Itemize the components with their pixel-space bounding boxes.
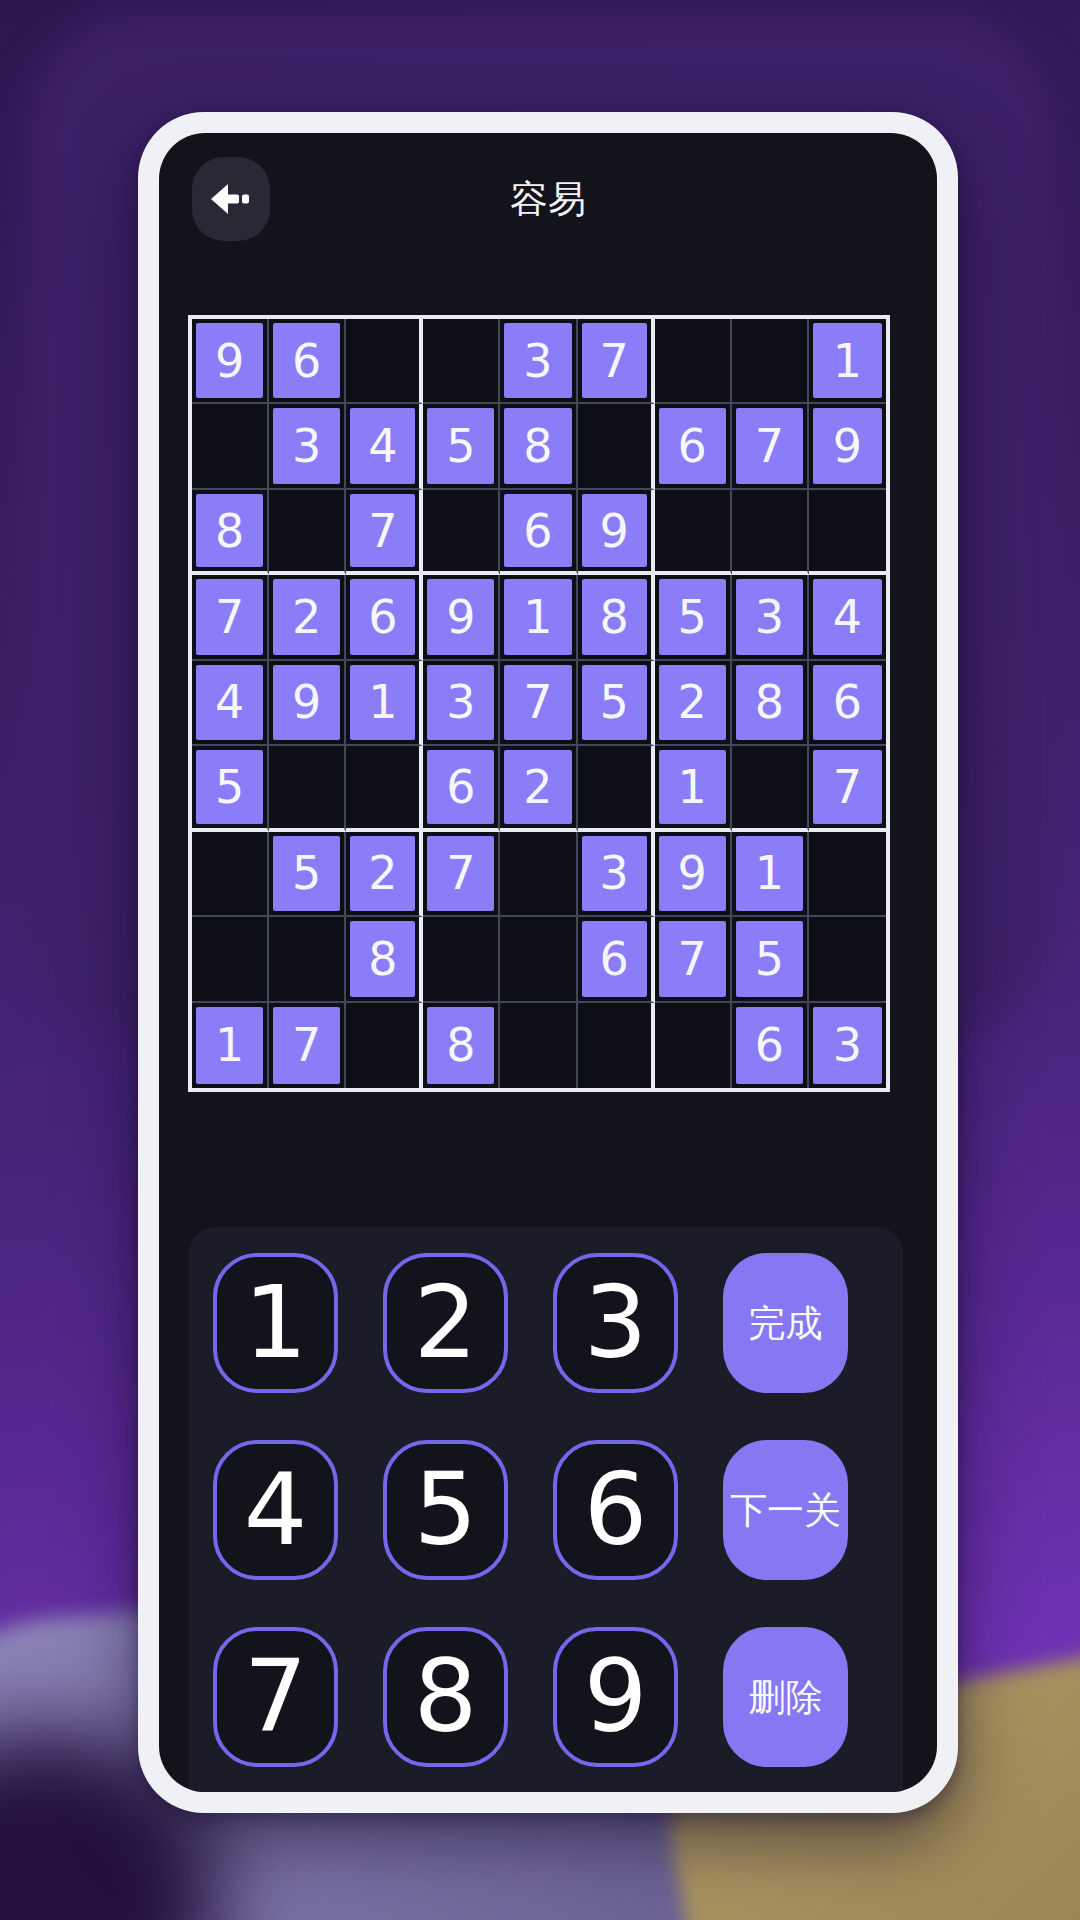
sudoku-cell[interactable] bbox=[346, 746, 423, 831]
sudoku-cell[interactable] bbox=[655, 490, 732, 575]
sudoku-cell[interactable]: 5 bbox=[192, 746, 269, 831]
given-digit: 8 bbox=[196, 494, 263, 567]
sudoku-cell[interactable]: 5 bbox=[269, 832, 346, 917]
given-digit: 8 bbox=[427, 1007, 494, 1084]
sudoku-cell[interactable]: 6 bbox=[655, 404, 732, 489]
sudoku-cell[interactable] bbox=[809, 490, 886, 575]
keypad-digit-3[interactable]: 3 bbox=[553, 1253, 678, 1393]
sudoku-cell[interactable] bbox=[500, 917, 577, 1002]
sudoku-cell[interactable]: 6 bbox=[809, 661, 886, 746]
sudoku-cell[interactable]: 6 bbox=[578, 917, 655, 1002]
given-digit: 6 bbox=[504, 494, 571, 567]
sudoku-cell[interactable] bbox=[655, 319, 732, 404]
given-digit: 6 bbox=[813, 665, 882, 740]
sudoku-board: 9637134586798769726918534491375286562175… bbox=[188, 315, 890, 1092]
sudoku-cell[interactable] bbox=[578, 404, 655, 489]
keypad-digit-9[interactable]: 9 bbox=[553, 1627, 678, 1767]
sudoku-cell[interactable] bbox=[578, 1003, 655, 1088]
given-digit: 5 bbox=[196, 750, 263, 823]
sudoku-cell[interactable] bbox=[269, 746, 346, 831]
given-digit: 9 bbox=[273, 665, 340, 740]
given-digit: 9 bbox=[659, 836, 726, 911]
given-digit: 3 bbox=[427, 665, 494, 740]
sudoku-cell[interactable] bbox=[423, 319, 500, 404]
sudoku-cell[interactable]: 3 bbox=[500, 319, 577, 404]
keypad-panel: 123完成456下一关789删除 bbox=[189, 1227, 903, 1792]
keypad-digit-8[interactable]: 8 bbox=[383, 1627, 508, 1767]
sudoku-cell[interactable]: 2 bbox=[269, 575, 346, 660]
given-digit: 3 bbox=[813, 1007, 882, 1084]
given-digit: 6 bbox=[659, 408, 726, 483]
given-digit: 5 bbox=[427, 408, 494, 483]
given-digit: 8 bbox=[350, 921, 415, 996]
sudoku-cell[interactable]: 1 bbox=[732, 832, 809, 917]
app-screen: 容易 9637134586798769726918534491375286562… bbox=[159, 133, 937, 1792]
sudoku-cell[interactable] bbox=[269, 490, 346, 575]
screenshot-stage: 容易 9637134586798769726918534491375286562… bbox=[0, 0, 1080, 1920]
given-digit: 6 bbox=[582, 921, 647, 996]
delete-button[interactable]: 删除 bbox=[723, 1627, 848, 1767]
given-digit: 6 bbox=[273, 323, 340, 398]
given-digit: 3 bbox=[736, 579, 803, 654]
sudoku-cell[interactable]: 3 bbox=[269, 404, 346, 489]
sudoku-cell[interactable] bbox=[732, 490, 809, 575]
sudoku-cell[interactable]: 4 bbox=[346, 404, 423, 489]
sudoku-cell[interactable]: 2 bbox=[655, 661, 732, 746]
sudoku-cell[interactable]: 7 bbox=[732, 404, 809, 489]
given-digit: 2 bbox=[659, 665, 726, 740]
given-digit: 1 bbox=[350, 665, 415, 740]
given-digit: 5 bbox=[736, 921, 803, 996]
given-digit: 3 bbox=[273, 408, 340, 483]
sudoku-cell[interactable]: 7 bbox=[500, 661, 577, 746]
sudoku-cell[interactable] bbox=[809, 832, 886, 917]
given-digit: 6 bbox=[350, 579, 415, 654]
sudoku-cell[interactable]: 5 bbox=[655, 575, 732, 660]
sudoku-cell[interactable] bbox=[192, 917, 269, 1002]
sudoku-cell[interactable] bbox=[732, 319, 809, 404]
keypad-digit-5[interactable]: 5 bbox=[383, 1440, 508, 1580]
sudoku-cell[interactable]: 1 bbox=[655, 746, 732, 831]
sudoku-cell[interactable]: 8 bbox=[578, 575, 655, 660]
sudoku-cell[interactable]: 7 bbox=[655, 917, 732, 1002]
sudoku-cell[interactable] bbox=[423, 490, 500, 575]
given-digit: 7 bbox=[736, 408, 803, 483]
keypad-digit-2[interactable]: 2 bbox=[383, 1253, 508, 1393]
app-header: 容易 bbox=[159, 157, 937, 241]
given-digit: 7 bbox=[582, 323, 647, 398]
given-digit: 7 bbox=[196, 579, 263, 654]
sudoku-cell[interactable] bbox=[192, 832, 269, 917]
next-button[interactable]: 下一关 bbox=[723, 1440, 848, 1580]
given-digit: 7 bbox=[504, 665, 571, 740]
sudoku-cell[interactable]: 3 bbox=[732, 575, 809, 660]
sudoku-cell[interactable]: 8 bbox=[192, 490, 269, 575]
phone-frame: 容易 9637134586798769726918534491375286562… bbox=[138, 112, 958, 1813]
sudoku-cell[interactable]: 8 bbox=[346, 917, 423, 1002]
given-digit: 7 bbox=[427, 836, 494, 911]
given-digit: 8 bbox=[504, 408, 571, 483]
sudoku-cell[interactable]: 9 bbox=[578, 490, 655, 575]
given-digit: 7 bbox=[350, 494, 415, 567]
given-digit: 8 bbox=[736, 665, 803, 740]
sudoku-cell[interactable]: 1 bbox=[809, 319, 886, 404]
given-digit: 1 bbox=[813, 323, 882, 398]
given-digit: 7 bbox=[659, 921, 726, 996]
page-title: 容易 bbox=[159, 157, 937, 241]
sudoku-cell[interactable]: 1 bbox=[192, 1003, 269, 1088]
sudoku-cell[interactable]: 9 bbox=[192, 319, 269, 404]
given-digit: 9 bbox=[427, 579, 494, 654]
sudoku-cell[interactable] bbox=[192, 404, 269, 489]
given-digit: 2 bbox=[350, 836, 415, 911]
sudoku-cell[interactable] bbox=[578, 746, 655, 831]
sudoku-cell[interactable]: 7 bbox=[578, 319, 655, 404]
sudoku-cell[interactable]: 9 bbox=[809, 404, 886, 489]
sudoku-cell[interactable]: 9 bbox=[269, 661, 346, 746]
keypad-digit-6[interactable]: 6 bbox=[553, 1440, 678, 1580]
sudoku-cell[interactable]: 7 bbox=[346, 490, 423, 575]
sudoku-cell[interactable] bbox=[500, 1003, 577, 1088]
sudoku-cell[interactable]: 5 bbox=[732, 917, 809, 1002]
given-digit: 1 bbox=[659, 750, 726, 823]
sudoku-cell[interactable]: 7 bbox=[809, 746, 886, 831]
sudoku-cell[interactable]: 6 bbox=[423, 746, 500, 831]
sudoku-cell[interactable]: 1 bbox=[500, 575, 577, 660]
sudoku-cell[interactable]: 6 bbox=[732, 1003, 809, 1088]
given-digit: 4 bbox=[196, 665, 263, 740]
sudoku-cell[interactable]: 7 bbox=[192, 575, 269, 660]
done-button[interactable]: 完成 bbox=[723, 1253, 848, 1393]
given-digit: 9 bbox=[582, 494, 647, 567]
given-digit: 1 bbox=[504, 579, 571, 654]
sudoku-cell[interactable] bbox=[732, 746, 809, 831]
keypad-digit-4[interactable]: 4 bbox=[213, 1440, 338, 1580]
given-digit: 8 bbox=[582, 579, 647, 654]
given-digit: 5 bbox=[273, 836, 340, 911]
sudoku-cell[interactable]: 3 bbox=[809, 1003, 886, 1088]
sudoku-cell[interactable]: 3 bbox=[423, 661, 500, 746]
given-digit: 7 bbox=[273, 1007, 340, 1084]
sudoku-cell[interactable]: 9 bbox=[423, 575, 500, 660]
sudoku-cell[interactable]: 4 bbox=[809, 575, 886, 660]
given-digit: 1 bbox=[196, 1007, 263, 1084]
given-digit: 1 bbox=[736, 836, 803, 911]
sudoku-cell[interactable]: 6 bbox=[269, 319, 346, 404]
sudoku-cell[interactable] bbox=[346, 319, 423, 404]
given-digit: 4 bbox=[813, 579, 882, 654]
given-digit: 3 bbox=[504, 323, 571, 398]
sudoku-cell[interactable] bbox=[423, 917, 500, 1002]
sudoku-cell[interactable]: 2 bbox=[346, 832, 423, 917]
given-digit: 9 bbox=[196, 323, 263, 398]
sudoku-cell[interactable]: 8 bbox=[500, 404, 577, 489]
sudoku-cell[interactable] bbox=[500, 832, 577, 917]
sudoku-cell[interactable]: 2 bbox=[500, 746, 577, 831]
sudoku-cell[interactable]: 5 bbox=[578, 661, 655, 746]
given-digit: 6 bbox=[736, 1007, 803, 1084]
sudoku-cell[interactable] bbox=[655, 1003, 732, 1088]
given-digit: 2 bbox=[504, 750, 571, 823]
sudoku-cell[interactable]: 7 bbox=[269, 1003, 346, 1088]
given-digit: 3 bbox=[582, 836, 647, 911]
sudoku-cell[interactable]: 8 bbox=[732, 661, 809, 746]
sudoku-cell[interactable]: 7 bbox=[423, 832, 500, 917]
sudoku-cell[interactable]: 1 bbox=[346, 661, 423, 746]
sudoku-cell[interactable]: 6 bbox=[500, 490, 577, 575]
sudoku-cell[interactable]: 9 bbox=[655, 832, 732, 917]
sudoku-cell[interactable]: 6 bbox=[346, 575, 423, 660]
sudoku-cell[interactable]: 3 bbox=[578, 832, 655, 917]
given-digit: 6 bbox=[427, 750, 494, 823]
sudoku-cell[interactable]: 5 bbox=[423, 404, 500, 489]
keypad-digit-7[interactable]: 7 bbox=[213, 1627, 338, 1767]
sudoku-cell[interactable]: 4 bbox=[192, 661, 269, 746]
given-digit: 4 bbox=[350, 408, 415, 483]
given-digit: 2 bbox=[273, 579, 340, 654]
sudoku-cell[interactable]: 8 bbox=[423, 1003, 500, 1088]
given-digit: 5 bbox=[582, 665, 647, 740]
sudoku-cell[interactable] bbox=[269, 917, 346, 1002]
given-digit: 7 bbox=[813, 750, 882, 823]
given-digit: 9 bbox=[813, 408, 882, 483]
sudoku-cell[interactable] bbox=[346, 1003, 423, 1088]
sudoku-cell[interactable] bbox=[809, 917, 886, 1002]
keypad-digit-1[interactable]: 1 bbox=[213, 1253, 338, 1393]
given-digit: 5 bbox=[659, 579, 726, 654]
